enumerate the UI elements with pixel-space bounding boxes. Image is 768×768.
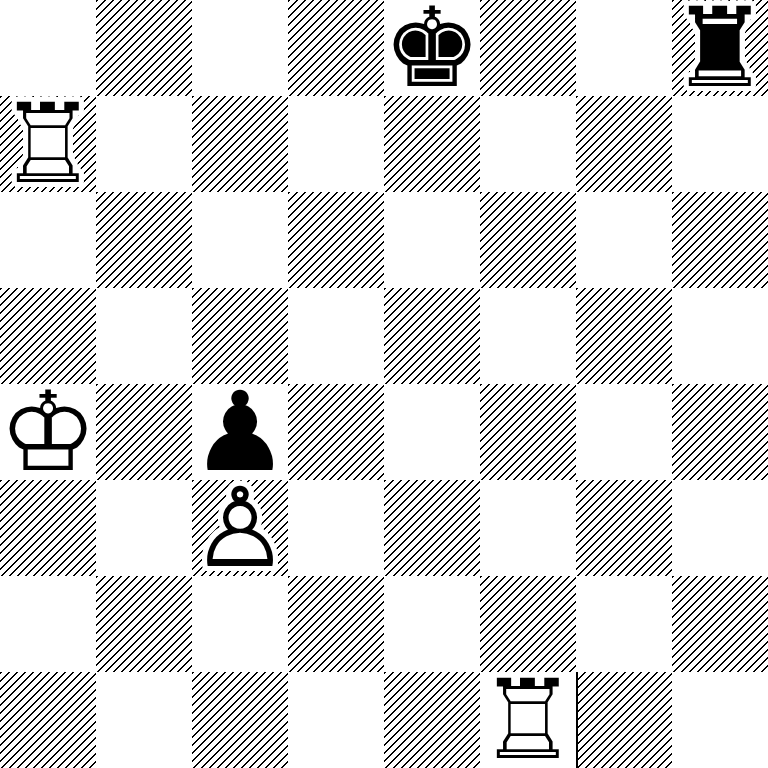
square-c8[interactable] (192, 0, 288, 96)
square-a4[interactable]: ♚♔ (0, 384, 96, 480)
white-rook[interactable]: ♜♖ (480, 672, 576, 768)
square-g3[interactable] (576, 480, 672, 576)
square-b5[interactable] (96, 288, 192, 384)
square-h1[interactable] (672, 672, 768, 768)
white-rook-glyph: ♖ (480, 672, 576, 768)
black-king-glyph: ♚ (384, 0, 480, 96)
square-c1[interactable] (192, 672, 288, 768)
square-a5[interactable] (0, 288, 96, 384)
square-d6[interactable] (288, 192, 384, 288)
square-b3[interactable] (96, 480, 192, 576)
black-king[interactable]: ♚♚ (384, 0, 480, 96)
square-b1[interactable] (96, 672, 192, 768)
square-e4[interactable] (384, 384, 480, 480)
square-f4[interactable] (480, 384, 576, 480)
square-a2[interactable] (0, 576, 96, 672)
square-f8[interactable] (480, 0, 576, 96)
white-king-glyph: ♔ (0, 384, 96, 480)
square-b6[interactable] (96, 192, 192, 288)
white-pawn-glyph: ♙ (192, 480, 288, 576)
square-h7[interactable] (672, 96, 768, 192)
square-d2[interactable] (288, 576, 384, 672)
square-c6[interactable] (192, 192, 288, 288)
square-d7[interactable] (288, 96, 384, 192)
square-d3[interactable] (288, 480, 384, 576)
square-b4[interactable] (96, 384, 192, 480)
chess-board: ♚♚♜♜♜♖♚♔♟♟♟♙♜♖ (0, 0, 768, 768)
square-d4[interactable] (288, 384, 384, 480)
square-e3[interactable] (384, 480, 480, 576)
square-g7[interactable] (576, 96, 672, 192)
square-f6[interactable] (480, 192, 576, 288)
square-f3[interactable] (480, 480, 576, 576)
square-h5[interactable] (672, 288, 768, 384)
square-e6[interactable] (384, 192, 480, 288)
square-e5[interactable] (384, 288, 480, 384)
square-f1[interactable]: ♜♖ (480, 672, 576, 768)
square-c4[interactable]: ♟♟ (192, 384, 288, 480)
square-a7[interactable]: ♜♖ (0, 96, 96, 192)
white-king[interactable]: ♚♔ (0, 384, 96, 480)
square-g6[interactable] (576, 192, 672, 288)
square-c7[interactable] (192, 96, 288, 192)
black-pawn[interactable]: ♟♟ (192, 384, 288, 480)
square-f7[interactable] (480, 96, 576, 192)
square-f5[interactable] (480, 288, 576, 384)
white-pawn[interactable]: ♟♙ (192, 480, 288, 576)
square-a8[interactable] (0, 0, 96, 96)
square-h6[interactable] (672, 192, 768, 288)
square-h4[interactable] (672, 384, 768, 480)
square-g1[interactable] (576, 672, 672, 768)
square-e1[interactable] (384, 672, 480, 768)
square-g4[interactable] (576, 384, 672, 480)
black-rook[interactable]: ♜♜ (672, 0, 768, 96)
square-f2[interactable] (480, 576, 576, 672)
square-g2[interactable] (576, 576, 672, 672)
square-h8[interactable]: ♜♜ (672, 0, 768, 96)
white-rook-glyph: ♖ (0, 96, 96, 192)
square-a1[interactable] (0, 672, 96, 768)
square-d5[interactable] (288, 288, 384, 384)
square-d1[interactable] (288, 672, 384, 768)
square-a3[interactable] (0, 480, 96, 576)
square-b8[interactable] (96, 0, 192, 96)
square-c2[interactable] (192, 576, 288, 672)
square-g8[interactable] (576, 0, 672, 96)
square-b7[interactable] (96, 96, 192, 192)
white-rook[interactable]: ♜♖ (0, 96, 96, 192)
square-h3[interactable] (672, 480, 768, 576)
square-d8[interactable] (288, 0, 384, 96)
square-h2[interactable] (672, 576, 768, 672)
black-rook-glyph: ♜ (672, 0, 768, 96)
square-b2[interactable] (96, 576, 192, 672)
square-e7[interactable] (384, 96, 480, 192)
square-e2[interactable] (384, 576, 480, 672)
square-e8[interactable]: ♚♚ (384, 0, 480, 96)
square-a6[interactable] (0, 192, 96, 288)
square-c5[interactable] (192, 288, 288, 384)
black-pawn-glyph: ♟ (192, 384, 288, 480)
square-g5[interactable] (576, 288, 672, 384)
square-c3[interactable]: ♟♙ (192, 480, 288, 576)
